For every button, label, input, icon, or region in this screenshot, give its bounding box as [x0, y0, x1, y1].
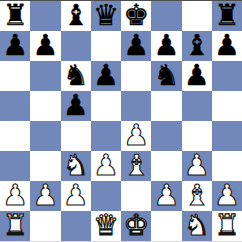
piece-black-queen[interactable]: ♛	[93, 1, 119, 30]
square-a1[interactable]: ♜	[0, 211, 30, 241]
square-e5[interactable]	[121, 91, 151, 121]
piece-white-knight[interactable]: ♞	[184, 211, 210, 240]
square-f5[interactable]	[151, 91, 181, 121]
square-h4[interactable]	[212, 121, 242, 151]
piece-white-rook[interactable]: ♜	[2, 211, 28, 240]
square-h6[interactable]	[212, 61, 242, 91]
square-h1[interactable]: ♜	[212, 211, 242, 241]
square-a3[interactable]	[0, 151, 30, 181]
square-f2[interactable]: ♟	[151, 181, 181, 211]
piece-black-bishop[interactable]: ♝	[63, 1, 89, 30]
square-e8[interactable]: ♚	[121, 1, 151, 31]
square-g6[interactable]: ♟	[182, 61, 212, 91]
piece-black-pawn[interactable]: ♟	[123, 31, 149, 60]
piece-white-pawn[interactable]: ♟	[214, 181, 240, 210]
square-e3[interactable]: ♝	[121, 151, 151, 181]
square-g1[interactable]: ♞	[182, 211, 212, 241]
square-c2[interactable]: ♟	[61, 181, 91, 211]
square-b1[interactable]	[30, 211, 60, 241]
square-e2[interactable]	[121, 181, 151, 211]
square-d8[interactable]: ♛	[91, 1, 121, 31]
piece-white-bishop[interactable]: ♝	[123, 151, 149, 180]
square-d4[interactable]	[91, 121, 121, 151]
square-b5[interactable]	[30, 91, 60, 121]
square-c8[interactable]: ♝	[61, 1, 91, 31]
square-b7[interactable]: ♟	[30, 31, 60, 61]
square-d6[interactable]: ♟	[91, 61, 121, 91]
piece-white-pawn[interactable]: ♟	[184, 151, 210, 180]
piece-white-knight[interactable]: ♞	[63, 151, 89, 180]
square-a6[interactable]	[0, 61, 30, 91]
square-c6[interactable]: ♞	[61, 61, 91, 91]
piece-black-knight[interactable]: ♞	[153, 61, 179, 90]
piece-black-pawn[interactable]: ♟	[63, 91, 89, 120]
square-d3[interactable]: ♟	[91, 151, 121, 181]
square-e1[interactable]: ♚	[121, 211, 151, 241]
piece-black-king[interactable]: ♚	[123, 1, 149, 30]
square-d7[interactable]	[91, 31, 121, 61]
square-b4[interactable]	[30, 121, 60, 151]
piece-black-bishop[interactable]: ♝	[184, 31, 210, 60]
square-g3[interactable]: ♟	[182, 151, 212, 181]
square-g2[interactable]: ♝	[182, 181, 212, 211]
piece-white-pawn[interactable]: ♟	[63, 181, 89, 210]
piece-white-pawn[interactable]: ♟	[123, 121, 149, 150]
square-b8[interactable]	[30, 1, 60, 31]
chess-board: ♜♝♛♚♜♟♟♟♟♝♟♞♟♞♟♟♟♞♟♝♟♟♟♟♟♝♟♜♛♚♞♜	[0, 0, 242, 242]
piece-white-pawn[interactable]: ♟	[32, 181, 58, 210]
square-d2[interactable]	[91, 181, 121, 211]
piece-black-pawn[interactable]: ♟	[153, 31, 179, 60]
square-g8[interactable]	[182, 1, 212, 31]
square-a4[interactable]	[0, 121, 30, 151]
square-f3[interactable]	[151, 151, 181, 181]
square-a2[interactable]: ♟	[0, 181, 30, 211]
square-b2[interactable]: ♟	[30, 181, 60, 211]
square-c4[interactable]	[61, 121, 91, 151]
piece-black-rook[interactable]: ♜	[214, 1, 240, 30]
square-c7[interactable]	[61, 31, 91, 61]
square-g5[interactable]	[182, 91, 212, 121]
piece-black-rook[interactable]: ♜	[2, 1, 28, 30]
piece-black-pawn[interactable]: ♟	[184, 61, 210, 90]
square-h7[interactable]: ♟	[212, 31, 242, 61]
square-f7[interactable]: ♟	[151, 31, 181, 61]
piece-white-king[interactable]: ♚	[123, 211, 149, 240]
square-h5[interactable]	[212, 91, 242, 121]
square-c5[interactable]: ♟	[61, 91, 91, 121]
square-b6[interactable]	[30, 61, 60, 91]
square-d1[interactable]: ♛	[91, 211, 121, 241]
piece-white-rook[interactable]: ♜	[214, 211, 240, 240]
square-g7[interactable]: ♝	[182, 31, 212, 61]
square-g4[interactable]	[182, 121, 212, 151]
piece-white-queen[interactable]: ♛	[93, 211, 119, 240]
square-f4[interactable]	[151, 121, 181, 151]
square-a7[interactable]: ♟	[0, 31, 30, 61]
piece-black-pawn[interactable]: ♟	[2, 31, 28, 60]
square-b3[interactable]	[30, 151, 60, 181]
square-d5[interactable]	[91, 91, 121, 121]
square-c1[interactable]	[61, 211, 91, 241]
square-f8[interactable]	[151, 1, 181, 31]
square-e4[interactable]: ♟	[121, 121, 151, 151]
square-h3[interactable]	[212, 151, 242, 181]
piece-white-pawn[interactable]: ♟	[93, 151, 119, 180]
piece-white-pawn[interactable]: ♟	[2, 181, 28, 210]
piece-black-pawn[interactable]: ♟	[93, 61, 119, 90]
square-e6[interactable]	[121, 61, 151, 91]
piece-black-pawn[interactable]: ♟	[214, 31, 240, 60]
square-c3[interactable]: ♞	[61, 151, 91, 181]
piece-white-pawn[interactable]: ♟	[153, 181, 179, 210]
square-f1[interactable]	[151, 211, 181, 241]
square-e7[interactable]: ♟	[121, 31, 151, 61]
square-h2[interactable]: ♟	[212, 181, 242, 211]
square-f6[interactable]: ♞	[151, 61, 181, 91]
square-a5[interactable]	[0, 91, 30, 121]
square-a8[interactable]: ♜	[0, 1, 30, 31]
piece-black-pawn[interactable]: ♟	[32, 31, 58, 60]
piece-white-bishop[interactable]: ♝	[184, 181, 210, 210]
piece-black-knight[interactable]: ♞	[63, 61, 89, 90]
square-h8[interactable]: ♜	[212, 1, 242, 31]
